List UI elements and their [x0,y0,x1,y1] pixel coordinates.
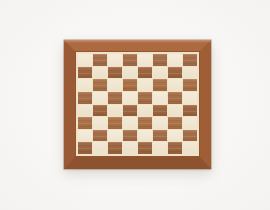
square-d8 [123,54,137,66]
square-c5 [108,92,122,104]
square-f4 [153,105,167,117]
square-g7 [168,67,182,79]
square-h7 [183,67,197,79]
square-b8 [93,54,107,66]
square-h8 [183,54,197,66]
square-a5 [78,92,92,104]
square-f3 [153,117,167,129]
square-c7 [108,67,122,79]
square-b4 [93,105,107,117]
square-c4 [108,105,122,117]
square-e4 [138,105,152,117]
square-e1 [138,142,152,154]
square-c6 [108,79,122,91]
square-c8 [108,54,122,66]
square-f6 [153,79,167,91]
square-d1 [123,142,137,154]
square-g8 [168,54,182,66]
chessboard [64,40,211,169]
square-b7 [93,67,107,79]
square-d3 [123,117,137,129]
square-a1 [78,142,92,154]
square-g1 [168,142,182,154]
square-e6 [138,79,152,91]
square-h5 [183,92,197,104]
square-d6 [123,79,137,91]
square-a8 [78,54,92,66]
square-e2 [138,130,152,142]
square-a3 [78,117,92,129]
square-g4 [168,105,182,117]
square-c1 [108,142,122,154]
square-d4 [123,105,137,117]
square-f7 [153,67,167,79]
square-b1 [93,142,107,154]
square-b2 [93,130,107,142]
square-b5 [93,92,107,104]
square-b6 [93,79,107,91]
square-h2 [183,130,197,142]
square-f5 [153,92,167,104]
square-d5 [123,92,137,104]
square-h4 [183,105,197,117]
square-c3 [108,117,122,129]
board-grid [78,54,197,154]
square-a6 [78,79,92,91]
square-g2 [168,130,182,142]
square-c2 [108,130,122,142]
square-f8 [153,54,167,66]
square-a2 [78,130,92,142]
square-h3 [183,117,197,129]
square-h1 [183,142,197,154]
photo-background [0,0,270,210]
square-g6 [168,79,182,91]
square-b3 [93,117,107,129]
square-g3 [168,117,182,129]
square-e8 [138,54,152,66]
square-g5 [168,92,182,104]
square-e7 [138,67,152,79]
square-e5 [138,92,152,104]
square-a7 [78,67,92,79]
square-f2 [153,130,167,142]
square-e3 [138,117,152,129]
board-inlay-line [75,51,200,157]
square-d2 [123,130,137,142]
square-d7 [123,67,137,79]
square-h6 [183,79,197,91]
square-f1 [153,142,167,154]
square-a4 [78,105,92,117]
